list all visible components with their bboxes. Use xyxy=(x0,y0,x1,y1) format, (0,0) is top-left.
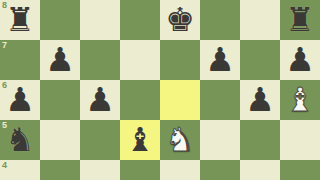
black-pawn-piece[interactable]: ♟ xyxy=(245,80,275,120)
square-g6[interactable]: ♟ xyxy=(240,80,280,120)
chessboard-viewport: 8♜♚♜7♟♟♟6♟♟♟♝5♞♝♞4 xyxy=(0,0,320,180)
square-c8[interactable] xyxy=(80,0,120,40)
black-king-piece[interactable]: ♚ xyxy=(165,0,195,40)
square-b6[interactable] xyxy=(40,80,80,120)
square-e6[interactable] xyxy=(160,80,200,120)
square-d5[interactable]: ♝ xyxy=(120,120,160,160)
square-h7[interactable]: ♟ xyxy=(280,40,320,80)
square-d6[interactable] xyxy=(120,80,160,120)
square-g4[interactable] xyxy=(240,160,280,180)
square-c5[interactable] xyxy=(80,120,120,160)
square-c4[interactable] xyxy=(80,160,120,180)
square-b4[interactable] xyxy=(40,160,80,180)
square-e7[interactable] xyxy=(160,40,200,80)
square-b8[interactable] xyxy=(40,0,80,40)
square-f6[interactable] xyxy=(200,80,240,120)
square-h6[interactable]: ♝ xyxy=(280,80,320,120)
black-rook-piece[interactable]: ♜ xyxy=(285,0,315,40)
square-a5[interactable]: 5♞ xyxy=(0,120,40,160)
square-e5[interactable]: ♞ xyxy=(160,120,200,160)
square-e4[interactable] xyxy=(160,160,200,180)
black-bishop-piece[interactable]: ♝ xyxy=(125,120,155,160)
chessboard: 8♜♚♜7♟♟♟6♟♟♟♝5♞♝♞4 xyxy=(0,0,320,180)
square-h5[interactable] xyxy=(280,120,320,160)
square-c6[interactable]: ♟ xyxy=(80,80,120,120)
rank-label-4: 4 xyxy=(2,160,7,171)
black-pawn-piece[interactable]: ♟ xyxy=(45,40,75,80)
square-f4[interactable] xyxy=(200,160,240,180)
square-d4[interactable] xyxy=(120,160,160,180)
square-g5[interactable] xyxy=(240,120,280,160)
white-knight-piece[interactable]: ♞ xyxy=(165,120,195,160)
black-pawn-piece[interactable]: ♟ xyxy=(85,80,115,120)
black-pawn-piece[interactable]: ♟ xyxy=(205,40,235,80)
square-d7[interactable] xyxy=(120,40,160,80)
black-pawn-piece[interactable]: ♟ xyxy=(285,40,315,80)
square-c7[interactable] xyxy=(80,40,120,80)
square-a7[interactable]: 7 xyxy=(0,40,40,80)
square-e8[interactable]: ♚ xyxy=(160,0,200,40)
black-rook-piece[interactable]: ♜ xyxy=(5,0,35,40)
square-d8[interactable] xyxy=(120,0,160,40)
square-a4[interactable]: 4 xyxy=(0,160,40,180)
rank-label-7: 7 xyxy=(2,40,7,51)
square-a6[interactable]: 6♟ xyxy=(0,80,40,120)
square-b7[interactable]: ♟ xyxy=(40,40,80,80)
square-g8[interactable] xyxy=(240,0,280,40)
square-f8[interactable] xyxy=(200,0,240,40)
square-h8[interactable]: ♜ xyxy=(280,0,320,40)
square-f5[interactable] xyxy=(200,120,240,160)
square-g7[interactable] xyxy=(240,40,280,80)
square-a8[interactable]: 8♜ xyxy=(0,0,40,40)
square-f7[interactable]: ♟ xyxy=(200,40,240,80)
white-bishop-piece[interactable]: ♝ xyxy=(285,80,315,120)
square-h4[interactable] xyxy=(280,160,320,180)
square-b5[interactable] xyxy=(40,120,80,160)
black-pawn-piece[interactable]: ♟ xyxy=(5,80,35,120)
black-knight-piece[interactable]: ♞ xyxy=(5,120,35,160)
